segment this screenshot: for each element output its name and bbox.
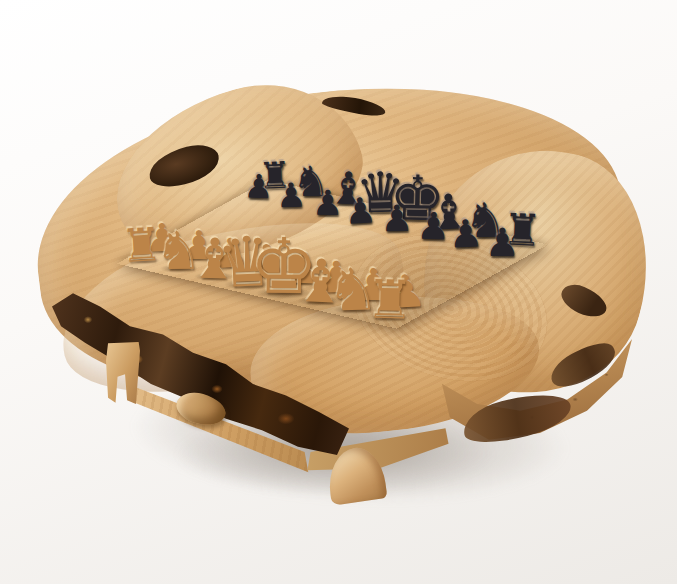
piece-black-pawn-h7[interactable]: ♟ xyxy=(479,223,526,262)
piece-black-pawn-b7[interactable]: ♟ xyxy=(270,178,311,213)
piece-white-rook-h1[interactable]: ♜ xyxy=(357,273,422,328)
scene: ♜♞♝♛♚♝♞♜♟♟♟♟♟♟♟♟♟♟♟♟♟♟♟♟♜♞♝♛♚♝♞♜ xyxy=(0,0,677,584)
